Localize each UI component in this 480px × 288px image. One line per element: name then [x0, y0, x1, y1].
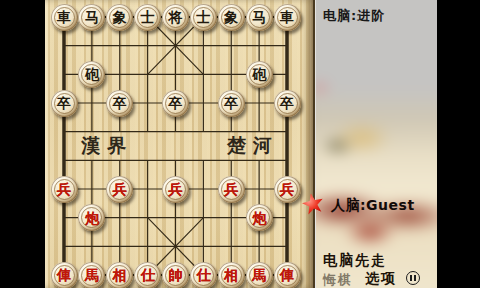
piece-砲-black[interactable]: 砲	[78, 61, 105, 88]
turn-status-text: 电脑先走	[323, 252, 387, 270]
piece-象-black[interactable]: 象	[106, 4, 133, 31]
pause-icon[interactable]	[406, 271, 420, 285]
undo-move-button[interactable]: 悔棋	[323, 271, 353, 288]
piece-車-black[interactable]: 車	[51, 4, 78, 31]
piece-砲-black[interactable]: 砲	[246, 61, 273, 88]
piece-車-black[interactable]: 車	[274, 4, 301, 31]
piece-马-black[interactable]: 马	[246, 4, 273, 31]
piece-卒-black[interactable]: 卒	[162, 90, 189, 117]
piece-卒-black[interactable]: 卒	[274, 90, 301, 117]
piece-帥-red[interactable]: 帥	[162, 262, 189, 288]
piece-俥-red[interactable]: 俥	[274, 262, 301, 288]
piece-兵-red[interactable]: 兵	[106, 176, 133, 203]
options-button[interactable]: 选项	[365, 270, 397, 288]
piece-象-black[interactable]: 象	[218, 4, 245, 31]
piece-士-black[interactable]: 士	[190, 4, 217, 31]
side-panel: 电脑:进阶 人脑:Guest 电脑先走 悔棋 选项	[315, 0, 437, 288]
piece-兵-red[interactable]: 兵	[218, 176, 245, 203]
piece-炮-red[interactable]: 炮	[246, 204, 273, 231]
piece-兵-red[interactable]: 兵	[162, 176, 189, 203]
piece-馬-red[interactable]: 馬	[246, 262, 273, 288]
piece-俥-red[interactable]: 俥	[51, 262, 78, 288]
blurred-background-photo	[316, 0, 437, 288]
river-label-right: 楚河	[227, 133, 279, 159]
piece-相-red[interactable]: 相	[218, 262, 245, 288]
piece-兵-red[interactable]: 兵	[51, 176, 78, 203]
piece-士-black[interactable]: 士	[134, 4, 161, 31]
piece-兵-red[interactable]: 兵	[274, 176, 301, 203]
piece-马-black[interactable]: 马	[78, 4, 105, 31]
piece-将-black[interactable]: 将	[162, 4, 189, 31]
piece-仕-red[interactable]: 仕	[134, 262, 161, 288]
piece-仕-red[interactable]: 仕	[190, 262, 217, 288]
piece-卒-black[interactable]: 卒	[51, 90, 78, 117]
river-label-left: 漢界	[81, 133, 133, 159]
piece-馬-red[interactable]: 馬	[78, 262, 105, 288]
xiangqi-app-window: 漢界 楚河 車马象士将士象马車砲砲卒卒卒卒卒兵兵兵兵兵炮炮俥馬相仕帥仕相馬俥 电…	[0, 0, 480, 288]
piece-相-red[interactable]: 相	[106, 262, 133, 288]
piece-卒-black[interactable]: 卒	[218, 90, 245, 117]
human-player-label: 人脑:Guest	[331, 197, 415, 215]
computer-player-label: 电脑:进阶	[323, 7, 385, 25]
piece-卒-black[interactable]: 卒	[106, 90, 133, 117]
xiangqi-board[interactable]: 漢界 楚河 車马象士将士象马車砲砲卒卒卒卒卒兵兵兵兵兵炮炮俥馬相仕帥仕相馬俥	[45, 0, 315, 288]
